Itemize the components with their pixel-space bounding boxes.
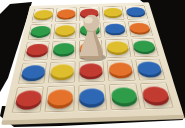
square-recess xyxy=(23,41,50,60)
disc-yellow[interactable] xyxy=(106,41,129,53)
square-recess xyxy=(53,23,76,39)
cell-r4c3 xyxy=(77,59,107,84)
cell-r4c4 xyxy=(105,58,137,83)
disc-green[interactable] xyxy=(111,87,138,104)
square-recess xyxy=(28,24,53,41)
disc-red[interactable] xyxy=(142,86,171,103)
square-recess xyxy=(31,8,54,22)
cell-r2c5 xyxy=(126,20,155,38)
square-recess xyxy=(139,83,173,109)
disc-green[interactable] xyxy=(30,26,51,36)
cell-r2c1 xyxy=(26,23,54,41)
square-recess xyxy=(45,86,75,113)
disc-red[interactable] xyxy=(15,90,43,107)
stage xyxy=(0,0,185,128)
disc-orange[interactable] xyxy=(129,22,151,32)
cell-r1c5 xyxy=(123,5,150,21)
cell-r4c1 xyxy=(16,61,49,86)
cell-r5c2 xyxy=(43,84,77,114)
disc-blue[interactable] xyxy=(80,88,106,105)
square-recess xyxy=(109,84,141,111)
square-recess xyxy=(135,59,166,81)
square-recess xyxy=(107,60,136,82)
square-recess xyxy=(12,87,45,114)
disc-blue[interactable] xyxy=(20,65,45,79)
disc-yellow[interactable] xyxy=(50,64,74,78)
cell-r4c2 xyxy=(46,60,77,85)
disc-yellow[interactable] xyxy=(55,25,75,35)
cell-r5c3 xyxy=(76,83,109,113)
disc-red[interactable] xyxy=(80,63,103,77)
cell-r5c1 xyxy=(9,85,46,115)
disc-green[interactable] xyxy=(133,40,157,52)
square-recess xyxy=(78,60,105,82)
square-recess xyxy=(127,21,153,37)
cell-r4c5 xyxy=(133,57,168,82)
square-recess xyxy=(78,85,107,112)
cell-r3c1 xyxy=(21,40,51,61)
square-recess xyxy=(131,38,159,57)
cell-r3c5 xyxy=(129,37,161,58)
disc-orange[interactable] xyxy=(108,62,133,76)
disc-orange[interactable] xyxy=(57,9,76,18)
cell-r1c1 xyxy=(30,7,56,23)
square-recess xyxy=(124,5,148,19)
disc-blue[interactable] xyxy=(137,61,163,75)
pawn[interactable] xyxy=(74,13,109,61)
square-recess xyxy=(51,41,76,60)
disc-red[interactable] xyxy=(25,44,48,56)
square-recess xyxy=(18,62,48,84)
disc-green[interactable] xyxy=(53,43,75,55)
disc-yellow[interactable] xyxy=(33,10,53,19)
cell-r5c5 xyxy=(137,81,176,111)
disc-orange[interactable] xyxy=(47,89,73,106)
disc-blue[interactable] xyxy=(126,7,146,16)
square-recess xyxy=(48,61,75,83)
